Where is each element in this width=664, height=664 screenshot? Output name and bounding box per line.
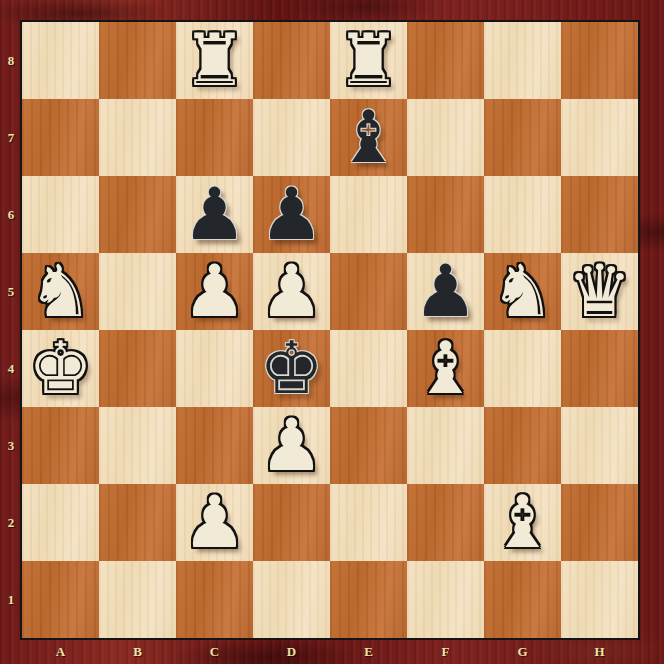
square-a2[interactable] (22, 484, 99, 561)
rank-label-1: 1 (1, 561, 21, 638)
square-d4[interactable]: ♚ (253, 330, 330, 407)
file-label-f: F (407, 641, 484, 664)
rank-label-6: 6 (1, 176, 21, 253)
square-h3[interactable] (561, 407, 638, 484)
square-e2[interactable] (330, 484, 407, 561)
square-e8[interactable]: ♜ (330, 22, 407, 99)
square-d2[interactable] (253, 484, 330, 561)
square-g2[interactable]: ♝ (484, 484, 561, 561)
square-e4[interactable] (330, 330, 407, 407)
square-f4[interactable]: ♝ (407, 330, 484, 407)
square-h1[interactable] (561, 561, 638, 638)
square-b7[interactable] (99, 99, 176, 176)
square-h7[interactable] (561, 99, 638, 176)
square-f1[interactable] (407, 561, 484, 638)
rank-label-5: 5 (1, 253, 21, 330)
rank-label-3: 3 (1, 407, 21, 484)
square-f8[interactable] (407, 22, 484, 99)
square-d8[interactable] (253, 22, 330, 99)
white-queen[interactable]: ♛ (567, 253, 632, 330)
square-e6[interactable] (330, 176, 407, 253)
square-c6[interactable]: ♟ (176, 176, 253, 253)
square-f5[interactable]: ♟ (407, 253, 484, 330)
file-label-a: A (22, 641, 99, 664)
square-e3[interactable] (330, 407, 407, 484)
white-knight[interactable]: ♞ (490, 253, 555, 330)
square-b4[interactable] (99, 330, 176, 407)
square-g5[interactable]: ♞ (484, 253, 561, 330)
white-bishop[interactable]: ♝ (490, 484, 555, 561)
square-c5[interactable]: ♟ (176, 253, 253, 330)
white-pawn[interactable]: ♟ (259, 407, 324, 484)
square-f3[interactable] (407, 407, 484, 484)
file-label-e: E (330, 641, 407, 664)
white-rook[interactable]: ♜ (336, 22, 401, 99)
square-d7[interactable] (253, 99, 330, 176)
square-g6[interactable] (484, 176, 561, 253)
square-g3[interactable] (484, 407, 561, 484)
square-c3[interactable] (176, 407, 253, 484)
square-a6[interactable] (22, 176, 99, 253)
white-king[interactable]: ♚ (28, 330, 93, 407)
square-e5[interactable] (330, 253, 407, 330)
square-c2[interactable]: ♟ (176, 484, 253, 561)
black-pawn[interactable]: ♟ (413, 253, 478, 330)
file-label-g: G (484, 641, 561, 664)
square-a3[interactable] (22, 407, 99, 484)
square-a1[interactable] (22, 561, 99, 638)
square-h4[interactable] (561, 330, 638, 407)
black-bishop[interactable]: ♝ (336, 99, 401, 176)
square-f7[interactable] (407, 99, 484, 176)
rank-label-7: 7 (1, 99, 21, 176)
white-pawn[interactable]: ♟ (182, 253, 247, 330)
board-frame: ♜♜♝♟♟♞♟♟♟♞♛♚♚♝♟♟♝ 87654321 ABCDEFGH (0, 0, 664, 664)
square-a4[interactable]: ♚ (22, 330, 99, 407)
rank-label-2: 2 (1, 484, 21, 561)
square-g7[interactable] (484, 99, 561, 176)
white-rook[interactable]: ♜ (182, 22, 247, 99)
square-b5[interactable] (99, 253, 176, 330)
square-b3[interactable] (99, 407, 176, 484)
square-c8[interactable]: ♜ (176, 22, 253, 99)
square-h8[interactable] (561, 22, 638, 99)
square-a7[interactable] (22, 99, 99, 176)
white-pawn[interactable]: ♟ (259, 253, 324, 330)
black-pawn[interactable]: ♟ (259, 176, 324, 253)
square-f6[interactable] (407, 176, 484, 253)
square-b8[interactable] (99, 22, 176, 99)
square-e1[interactable] (330, 561, 407, 638)
square-b1[interactable] (99, 561, 176, 638)
square-h6[interactable] (561, 176, 638, 253)
square-h2[interactable] (561, 484, 638, 561)
square-d6[interactable]: ♟ (253, 176, 330, 253)
black-king[interactable]: ♚ (259, 330, 324, 407)
chess-board: ♜♜♝♟♟♞♟♟♟♞♛♚♚♝♟♟♝ (20, 20, 640, 640)
square-g4[interactable] (484, 330, 561, 407)
square-b6[interactable] (99, 176, 176, 253)
square-c1[interactable] (176, 561, 253, 638)
white-knight[interactable]: ♞ (28, 253, 93, 330)
square-a5[interactable]: ♞ (22, 253, 99, 330)
square-d5[interactable]: ♟ (253, 253, 330, 330)
square-g8[interactable] (484, 22, 561, 99)
white-bishop[interactable]: ♝ (413, 330, 478, 407)
file-label-b: B (99, 641, 176, 664)
rank-label-8: 8 (1, 22, 21, 99)
file-label-d: D (253, 641, 330, 664)
file-label-h: H (561, 641, 638, 664)
square-f2[interactable] (407, 484, 484, 561)
square-b2[interactable] (99, 484, 176, 561)
square-a8[interactable] (22, 22, 99, 99)
square-c7[interactable] (176, 99, 253, 176)
square-h5[interactable]: ♛ (561, 253, 638, 330)
square-g1[interactable] (484, 561, 561, 638)
file-label-c: C (176, 641, 253, 664)
rank-label-4: 4 (1, 330, 21, 407)
white-pawn[interactable]: ♟ (182, 484, 247, 561)
square-d1[interactable] (253, 561, 330, 638)
black-pawn[interactable]: ♟ (182, 176, 247, 253)
square-c4[interactable] (176, 330, 253, 407)
square-d3[interactable]: ♟ (253, 407, 330, 484)
square-e7[interactable]: ♝ (330, 99, 407, 176)
